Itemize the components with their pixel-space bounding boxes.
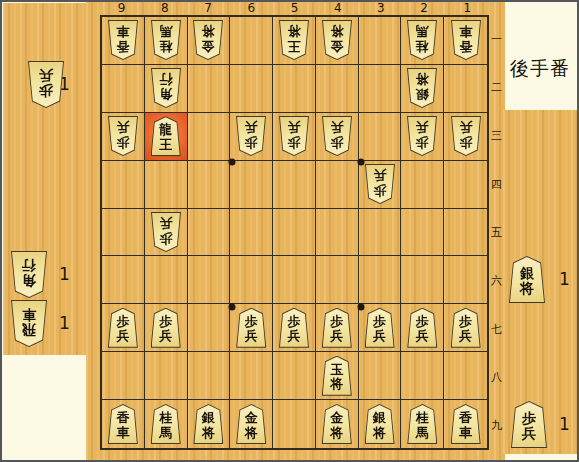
piece-face: 金将 (194, 21, 222, 59)
square-9-5[interactable] (102, 209, 145, 257)
shogi-piece-sente[interactable]: 銀将 (509, 256, 545, 303)
piece-face: 歩兵 (366, 309, 394, 347)
square-7-6[interactable] (188, 256, 231, 304)
square-7-1[interactable]: 金将 (188, 17, 231, 65)
piece-face: 歩兵 (366, 165, 394, 203)
rank-label: 一 (489, 15, 504, 63)
square-8-3[interactable]: 龍王 (145, 113, 188, 161)
shogi-piece-sente[interactable]: 歩兵 (322, 308, 352, 348)
shogi-piece-sente[interactable]: 歩兵 (365, 308, 395, 348)
hand-count: 1 (59, 313, 70, 333)
square-2-1[interactable]: 桂馬 (401, 17, 444, 65)
piece-kanji: 金将 (330, 411, 343, 440)
hoshi-dot (228, 159, 235, 166)
square-1-5[interactable] (444, 209, 487, 257)
shogi-piece-gote[interactable]: 歩兵 (322, 116, 352, 156)
square-2-6[interactable] (401, 256, 444, 304)
shogi-piece-sente[interactable]: 歩兵 (451, 308, 481, 348)
piece-kanji: 歩兵 (416, 120, 429, 149)
square-4-7[interactable]: 歩兵 (316, 304, 359, 352)
shogi-piece-gote[interactable]: 飛車 (11, 300, 47, 347)
shogi-piece-gote[interactable]: 銀将 (407, 68, 437, 108)
piece-face: 歩兵 (408, 309, 436, 347)
square-7-5[interactable] (188, 209, 231, 257)
shogi-piece-gote[interactable]: 王将 (279, 20, 309, 60)
piece-face: 香車 (452, 405, 480, 443)
piece-kanji: 金将 (330, 25, 343, 54)
piece-kanji: 桂馬 (416, 411, 429, 440)
piece-face: 桂馬 (152, 405, 180, 443)
square-7-4[interactable] (188, 161, 231, 209)
piece-face: 歩兵 (152, 309, 180, 347)
piece-face: 歩兵 (323, 309, 351, 347)
square-6-8[interactable] (230, 352, 273, 400)
square-9-4[interactable] (102, 161, 145, 209)
piece-face: 金将 (237, 405, 265, 443)
shogi-piece-gote[interactable]: 金将 (322, 20, 352, 60)
shogi-piece-gote[interactable]: 金将 (193, 20, 223, 60)
square-8-8[interactable] (145, 352, 188, 400)
square-4-4[interactable] (316, 161, 359, 209)
rank-label: 五 (489, 208, 504, 256)
piece-kanji: 歩兵 (373, 168, 386, 197)
shogi-piece-sente[interactable]: 歩兵 (108, 308, 138, 348)
piece-face: 歩兵 (408, 117, 436, 155)
square-1-4[interactable] (444, 161, 487, 209)
piece-kanji: 角行 (22, 258, 36, 289)
square-6-7[interactable]: 歩兵 (230, 304, 273, 352)
piece-kanji: 香車 (459, 411, 472, 440)
shogi-piece-sente[interactable]: 玉将 (322, 356, 352, 396)
square-4-2[interactable] (316, 65, 359, 113)
square-8-5[interactable]: 歩兵 (145, 209, 188, 257)
shogi-piece-gote[interactable]: 角行 (11, 251, 47, 298)
square-3-8[interactable] (359, 352, 402, 400)
piece-kanji: 歩兵 (522, 411, 536, 442)
file-label: 3 (359, 2, 402, 15)
square-9-2[interactable] (102, 65, 145, 113)
piece-kanji: 金将 (202, 25, 215, 54)
piece-face: 歩兵 (452, 117, 480, 155)
square-6-6[interactable] (230, 256, 273, 304)
piece-kanji: 飛車 (22, 307, 36, 338)
file-label: 2 (403, 2, 446, 15)
sente-hand-stand: 銀将1歩兵1 (503, 110, 577, 454)
shogi-app-window: 歩兵1角行1飛車1 987654321 一二三四五六七八九 香車桂馬金将王将金将… (0, 0, 579, 462)
shogi-piece-gote[interactable]: 角行 (151, 68, 181, 108)
shogi-piece-gote[interactable]: 香車 (451, 20, 481, 60)
square-3-5[interactable] (359, 209, 402, 257)
piece-face: 玉将 (323, 357, 351, 395)
square-3-7[interactable]: 歩兵 (359, 304, 402, 352)
square-1-3[interactable]: 歩兵 (444, 113, 487, 161)
piece-face: 角行 (12, 252, 46, 297)
file-label: 4 (316, 2, 359, 15)
piece-face: 歩兵 (29, 62, 63, 107)
square-2-5[interactable] (401, 209, 444, 257)
piece-kanji: 歩兵 (459, 315, 472, 344)
file-label: 7 (186, 2, 229, 15)
rank-label: 七 (489, 305, 504, 353)
square-3-3[interactable] (359, 113, 402, 161)
piece-face: 香車 (109, 405, 137, 443)
square-2-2[interactable]: 銀将 (401, 65, 444, 113)
rank-label: 六 (489, 257, 504, 305)
piece-face: 歩兵 (152, 213, 180, 251)
piece-kanji: 歩兵 (330, 315, 343, 344)
piece-kanji: 桂馬 (159, 25, 172, 54)
hand-count: 1 (59, 264, 70, 284)
piece-kanji: 歩兵 (287, 120, 300, 149)
piece-face: 歩兵 (109, 117, 137, 155)
square-5-6[interactable] (273, 256, 316, 304)
board-panel: 987654321 一二三四五六七八九 香車桂馬金将王将金将桂馬香車角行銀将歩兵… (86, 2, 505, 460)
piece-face: 歩兵 (237, 117, 265, 155)
piece-kanji: 歩兵 (159, 216, 172, 245)
shogi-piece-sente[interactable]: 歩兵 (151, 308, 181, 348)
shogi-piece-sente[interactable]: 香車 (451, 404, 481, 444)
hoshi-dot (228, 304, 235, 311)
square-4-6[interactable] (316, 256, 359, 304)
file-label: 5 (273, 2, 316, 15)
shogi-piece-sente[interactable]: 金将 (322, 404, 352, 444)
square-9-6[interactable] (102, 256, 145, 304)
square-8-2[interactable]: 角行 (145, 65, 188, 113)
piece-face: 王将 (280, 21, 308, 59)
square-6-9[interactable]: 金将 (230, 400, 273, 448)
square-8-7[interactable]: 歩兵 (145, 304, 188, 352)
file-label: 1 (446, 2, 489, 15)
piece-face: 歩兵 (237, 309, 265, 347)
shogi-piece-gote[interactable]: 歩兵 (236, 116, 266, 156)
shogi-piece-sente[interactable]: 銀将 (365, 404, 395, 444)
piece-face: 歩兵 (109, 309, 137, 347)
square-7-9[interactable]: 銀将 (188, 400, 231, 448)
square-6-2[interactable] (230, 65, 273, 113)
piece-kanji: 歩兵 (373, 315, 386, 344)
shogi-piece-gote[interactable]: 歩兵 (365, 164, 395, 204)
piece-face: 金将 (323, 21, 351, 59)
shogi-piece-sente[interactable]: 歩兵 (511, 401, 547, 448)
square-5-7[interactable]: 歩兵 (273, 304, 316, 352)
square-1-2[interactable] (444, 65, 487, 113)
shogi-piece-gote[interactable]: 歩兵 (28, 61, 64, 108)
piece-face: 歩兵 (452, 309, 480, 347)
square-1-8[interactable] (444, 352, 487, 400)
piece-kanji: 香車 (116, 25, 129, 54)
piece-kanji: 金将 (245, 411, 258, 440)
rank-label: 三 (489, 112, 504, 160)
piece-face: 香車 (109, 21, 137, 59)
square-9-3[interactable]: 歩兵 (102, 113, 145, 161)
hoshi-dot (358, 304, 365, 311)
piece-kanji: 歩兵 (159, 315, 172, 344)
square-4-9[interactable]: 金将 (316, 400, 359, 448)
piece-face: 歩兵 (512, 402, 546, 447)
piece-face: 香車 (452, 21, 480, 59)
hand-count: 1 (559, 414, 570, 434)
piece-face: 銀将 (366, 405, 394, 443)
file-label: 8 (143, 2, 186, 15)
hoshi-dot (358, 159, 365, 166)
piece-kanji: 香車 (459, 25, 472, 54)
square-7-2[interactable] (188, 65, 231, 113)
rank-label: 九 (489, 402, 504, 450)
square-3-4[interactable]: 歩兵 (359, 161, 402, 209)
square-6-1[interactable] (230, 17, 273, 65)
shogi-piece-gote[interactable]: 歩兵 (151, 212, 181, 252)
piece-face: 銀将 (510, 257, 544, 302)
piece-face: 歩兵 (280, 309, 308, 347)
piece-kanji: 歩兵 (459, 120, 472, 149)
piece-kanji: 銀将 (416, 73, 429, 102)
piece-kanji: 歩兵 (245, 120, 258, 149)
square-1-7[interactable]: 歩兵 (444, 304, 487, 352)
shogi-piece-sente[interactable]: 龍王 (151, 116, 181, 156)
piece-face: 桂馬 (408, 21, 436, 59)
square-4-8[interactable]: 玉将 (316, 352, 359, 400)
square-9-9[interactable]: 香車 (102, 400, 145, 448)
piece-kanji: 銀将 (202, 411, 215, 440)
square-6-4[interactable] (230, 161, 273, 209)
piece-kanji: 銀将 (373, 411, 386, 440)
rank-label: 二 (489, 63, 504, 111)
gote-hand-stand: 歩兵1角行1飛車1 (3, 3, 86, 355)
piece-face: 桂馬 (152, 21, 180, 59)
piece-kanji: 歩兵 (330, 120, 343, 149)
shogi-piece-gote[interactable]: 歩兵 (108, 116, 138, 156)
square-2-4[interactable] (401, 161, 444, 209)
square-2-8[interactable] (401, 352, 444, 400)
square-9-7[interactable]: 歩兵 (102, 304, 145, 352)
shogi-piece-gote[interactable]: 桂馬 (151, 20, 181, 60)
hand-count: 1 (559, 269, 570, 289)
square-6-3[interactable]: 歩兵 (230, 113, 273, 161)
file-labels: 987654321 (100, 2, 489, 15)
shogi-piece-sente[interactable]: 銀将 (193, 404, 223, 444)
piece-kanji: 歩兵 (416, 315, 429, 344)
piece-kanji: 桂馬 (159, 411, 172, 440)
turn-indicator: 後手番 (503, 56, 577, 82)
shogi-piece-sente[interactable]: 金将 (236, 404, 266, 444)
square-5-5[interactable] (273, 209, 316, 257)
square-2-7[interactable]: 歩兵 (401, 304, 444, 352)
square-4-3[interactable]: 歩兵 (316, 113, 359, 161)
piece-kanji: 銀将 (520, 266, 534, 297)
rank-labels: 一二三四五六七八九 (489, 15, 504, 450)
piece-face: 銀将 (194, 405, 222, 443)
piece-face: 歩兵 (280, 117, 308, 155)
square-6-5[interactable] (230, 209, 273, 257)
square-4-1[interactable]: 金将 (316, 17, 359, 65)
square-5-9[interactable] (273, 400, 316, 448)
rank-label: 四 (489, 160, 504, 208)
piece-kanji: 王将 (287, 25, 300, 54)
piece-face: 飛車 (12, 301, 46, 346)
piece-kanji: 歩兵 (116, 120, 129, 149)
square-8-4[interactable] (145, 161, 188, 209)
shogi-piece-sente[interactable]: 桂馬 (407, 404, 437, 444)
piece-face: 角行 (152, 69, 180, 107)
piece-kanji: 歩兵 (287, 315, 300, 344)
piece-kanji: 龍王 (159, 123, 172, 152)
shogi-piece-gote[interactable]: 桂馬 (407, 20, 437, 60)
piece-kanji: 角行 (159, 73, 172, 102)
square-9-1[interactable]: 香車 (102, 17, 145, 65)
square-3-2[interactable] (359, 65, 402, 113)
square-9-8[interactable] (102, 352, 145, 400)
square-7-7[interactable] (188, 304, 231, 352)
board: 香車桂馬金将王将金将桂馬香車角行銀将歩兵龍王歩兵歩兵歩兵歩兵歩兵歩兵歩兵歩兵歩兵… (100, 15, 489, 450)
shogi-piece-gote[interactable]: 歩兵 (451, 116, 481, 156)
square-7-8[interactable] (188, 352, 231, 400)
piece-face: 銀将 (408, 69, 436, 107)
square-8-1[interactable]: 桂馬 (145, 17, 188, 65)
square-4-5[interactable] (316, 209, 359, 257)
square-2-3[interactable]: 歩兵 (401, 113, 444, 161)
file-label: 9 (100, 2, 143, 15)
square-5-4[interactable] (273, 161, 316, 209)
shogi-piece-sente[interactable]: 歩兵 (279, 308, 309, 348)
piece-kanji: 桂馬 (416, 25, 429, 54)
square-1-1[interactable]: 香車 (444, 17, 487, 65)
square-1-9[interactable]: 香車 (444, 400, 487, 448)
shogi-piece-gote[interactable]: 歩兵 (407, 116, 437, 156)
shogi-piece-sente[interactable]: 歩兵 (407, 308, 437, 348)
square-3-6[interactable] (359, 256, 402, 304)
piece-kanji: 香車 (116, 411, 129, 440)
square-2-9[interactable]: 桂馬 (401, 400, 444, 448)
square-8-9[interactable]: 桂馬 (145, 400, 188, 448)
piece-kanji: 玉将 (330, 363, 343, 392)
piece-face: 桂馬 (408, 405, 436, 443)
shogi-piece-gote[interactable]: 歩兵 (279, 116, 309, 156)
rank-label: 八 (489, 353, 504, 401)
piece-kanji: 歩兵 (39, 68, 53, 99)
shogi-piece-gote[interactable]: 香車 (108, 20, 138, 60)
square-3-9[interactable]: 銀将 (359, 400, 402, 448)
square-7-3[interactable] (188, 113, 231, 161)
shogi-piece-sente[interactable]: 歩兵 (236, 308, 266, 348)
square-5-1[interactable]: 王将 (273, 17, 316, 65)
shogi-piece-sente[interactable]: 香車 (108, 404, 138, 444)
piece-face: 金将 (323, 405, 351, 443)
square-5-8[interactable] (273, 352, 316, 400)
square-8-6[interactable] (145, 256, 188, 304)
square-5-2[interactable] (273, 65, 316, 113)
piece-face: 龍王 (152, 117, 180, 155)
square-5-3[interactable]: 歩兵 (273, 113, 316, 161)
piece-face: 歩兵 (323, 117, 351, 155)
shogi-piece-sente[interactable]: 桂馬 (151, 404, 181, 444)
square-1-6[interactable] (444, 256, 487, 304)
piece-kanji: 歩兵 (116, 315, 129, 344)
file-label: 6 (230, 2, 273, 15)
square-3-1[interactable] (359, 17, 402, 65)
piece-kanji: 歩兵 (245, 315, 258, 344)
